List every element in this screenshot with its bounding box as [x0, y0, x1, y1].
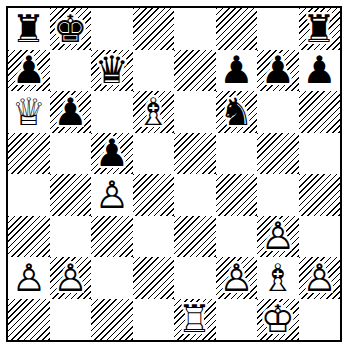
piece-black-queen: ♛ — [91, 50, 133, 92]
square-c8[interactable] — [91, 8, 133, 50]
square-f6[interactable]: ♞♞ — [216, 91, 258, 133]
square-e8[interactable] — [174, 8, 216, 50]
square-e7[interactable] — [174, 50, 216, 92]
square-b8[interactable]: ♚♚ — [50, 8, 92, 50]
piece-white-pawn: ♙ — [50, 257, 92, 299]
square-g5[interactable] — [257, 133, 299, 175]
square-d4[interactable] — [133, 174, 175, 216]
square-f7[interactable]: ♟♟ — [216, 50, 258, 92]
piece-halo: ♛ — [8, 91, 50, 133]
piece-halo: ♟ — [91, 133, 133, 175]
square-a3[interactable] — [8, 216, 50, 258]
square-e3[interactable] — [174, 216, 216, 258]
square-f5[interactable] — [216, 133, 258, 175]
square-b7[interactable] — [50, 50, 92, 92]
piece-halo: ♜ — [174, 299, 216, 341]
square-g8[interactable] — [257, 8, 299, 50]
square-c6[interactable] — [91, 91, 133, 133]
piece-white-queen: ♕ — [8, 91, 50, 133]
piece-black-king: ♚ — [50, 8, 92, 50]
piece-halo: ♚ — [50, 8, 92, 50]
piece-black-pawn: ♟ — [8, 50, 50, 92]
square-a8[interactable]: ♜♜ — [8, 8, 50, 50]
piece-halo: ♟ — [91, 174, 133, 216]
piece-white-pawn: ♙ — [299, 257, 341, 299]
piece-white-pawn: ♙ — [91, 174, 133, 216]
piece-white-rook: ♖ — [174, 299, 216, 341]
piece-white-bishop: ♗ — [133, 91, 175, 133]
square-c5[interactable]: ♟♟ — [91, 133, 133, 175]
square-a4[interactable] — [8, 174, 50, 216]
square-g6[interactable] — [257, 91, 299, 133]
square-h6[interactable] — [299, 91, 341, 133]
piece-halo: ♜ — [299, 8, 341, 50]
piece-halo: ♟ — [8, 257, 50, 299]
square-d2[interactable] — [133, 257, 175, 299]
piece-black-rook: ♜ — [8, 8, 50, 50]
square-d5[interactable] — [133, 133, 175, 175]
square-f3[interactable] — [216, 216, 258, 258]
square-b2[interactable]: ♟♙ — [50, 257, 92, 299]
chess-board: ♜♜♚♚♜♜♟♟♛♛♟♟♟♟♟♟♛♕♟♟♝♗♞♞♟♟♟♙♟♙♟♙♟♙♟♙♝♗♟♙… — [6, 6, 342, 342]
piece-black-pawn: ♟ — [50, 91, 92, 133]
square-d8[interactable] — [133, 8, 175, 50]
piece-halo: ♟ — [299, 50, 341, 92]
square-c3[interactable] — [91, 216, 133, 258]
square-a5[interactable] — [8, 133, 50, 175]
piece-halo: ♟ — [216, 50, 258, 92]
piece-white-pawn: ♙ — [257, 216, 299, 258]
square-f2[interactable]: ♟♙ — [216, 257, 258, 299]
piece-halo: ♟ — [50, 257, 92, 299]
piece-halo: ♟ — [50, 91, 92, 133]
square-h5[interactable] — [299, 133, 341, 175]
piece-halo: ♟ — [257, 50, 299, 92]
square-e2[interactable] — [174, 257, 216, 299]
square-a2[interactable]: ♟♙ — [8, 257, 50, 299]
square-c7[interactable]: ♛♛ — [91, 50, 133, 92]
square-b3[interactable] — [50, 216, 92, 258]
square-g7[interactable]: ♟♟ — [257, 50, 299, 92]
chess-diagram-page: ♜♜♚♚♜♜♟♟♛♛♟♟♟♟♟♟♛♕♟♟♝♗♞♞♟♟♟♙♟♙♟♙♟♙♟♙♝♗♟♙… — [0, 0, 350, 350]
piece-white-king: ♔ — [257, 299, 299, 341]
piece-black-pawn: ♟ — [257, 50, 299, 92]
piece-halo: ♛ — [91, 50, 133, 92]
piece-white-bishop: ♗ — [257, 257, 299, 299]
square-c4[interactable]: ♟♙ — [91, 174, 133, 216]
square-a6[interactable]: ♛♕ — [8, 91, 50, 133]
square-b1[interactable] — [50, 299, 92, 341]
piece-white-pawn: ♙ — [216, 257, 258, 299]
square-d3[interactable] — [133, 216, 175, 258]
piece-halo: ♝ — [133, 91, 175, 133]
piece-halo: ♝ — [257, 257, 299, 299]
piece-halo: ♟ — [8, 50, 50, 92]
square-f8[interactable] — [216, 8, 258, 50]
square-f4[interactable] — [216, 174, 258, 216]
square-g4[interactable] — [257, 174, 299, 216]
square-c2[interactable] — [91, 257, 133, 299]
square-a1[interactable] — [8, 299, 50, 341]
square-d6[interactable]: ♝♗ — [133, 91, 175, 133]
piece-black-pawn: ♟ — [216, 50, 258, 92]
square-g2[interactable]: ♝♗ — [257, 257, 299, 299]
piece-black-pawn: ♟ — [91, 133, 133, 175]
square-d7[interactable] — [133, 50, 175, 92]
piece-halo: ♟ — [216, 257, 258, 299]
square-h4[interactable] — [299, 174, 341, 216]
piece-halo: ♟ — [257, 216, 299, 258]
piece-halo: ♟ — [299, 257, 341, 299]
square-e5[interactable] — [174, 133, 216, 175]
square-h7[interactable]: ♟♟ — [299, 50, 341, 92]
square-d1[interactable] — [133, 299, 175, 341]
square-e1[interactable]: ♜♖ — [174, 299, 216, 341]
square-h8[interactable]: ♜♜ — [299, 8, 341, 50]
square-h1[interactable] — [299, 299, 341, 341]
square-e4[interactable] — [174, 174, 216, 216]
square-b6[interactable]: ♟♟ — [50, 91, 92, 133]
square-c1[interactable] — [91, 299, 133, 341]
square-g1[interactable]: ♚♔ — [257, 299, 299, 341]
square-f1[interactable] — [216, 299, 258, 341]
square-e6[interactable] — [174, 91, 216, 133]
piece-black-knight: ♞ — [216, 91, 258, 133]
piece-white-pawn: ♙ — [8, 257, 50, 299]
piece-halo: ♞ — [216, 91, 258, 133]
piece-black-rook: ♜ — [299, 8, 341, 50]
square-h2[interactable]: ♟♙ — [299, 257, 341, 299]
square-h3[interactable] — [299, 216, 341, 258]
piece-halo: ♜ — [8, 8, 50, 50]
square-a7[interactable]: ♟♟ — [8, 50, 50, 92]
piece-halo: ♚ — [257, 299, 299, 341]
square-g3[interactable]: ♟♙ — [257, 216, 299, 258]
square-b4[interactable] — [50, 174, 92, 216]
square-b5[interactable] — [50, 133, 92, 175]
piece-black-pawn: ♟ — [299, 50, 341, 92]
